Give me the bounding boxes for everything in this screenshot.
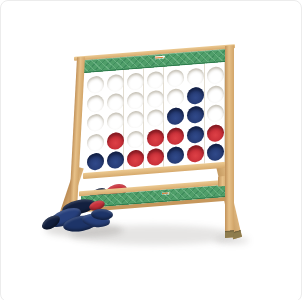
cell-r1c2[interactable] [105,73,125,94]
cell-r4c6[interactable] [185,124,205,145]
cell-r3c7[interactable] [205,103,225,124]
cell-r1c7[interactable] [205,65,225,86]
connect-four-stand: HUB HUB [59,29,241,258]
cell-r5c5[interactable] [165,145,185,166]
empty-hole [147,71,164,89]
right-post [225,45,234,238]
cell-r1c3[interactable] [125,71,145,92]
empty-hole [107,112,124,130]
blue-disc [187,106,204,124]
cell-r2c6[interactable] [185,86,205,107]
red-disc [107,132,124,150]
red-disc [147,128,164,146]
empty-hole [207,85,224,103]
cell-r5c4[interactable] [145,146,165,167]
board-grid [85,65,225,172]
blue-disc [167,108,184,126]
cell-r2c7[interactable] [205,84,225,105]
empty-hole [147,109,164,127]
cell-r5c2[interactable] [105,150,125,171]
empty-hole [87,114,104,132]
red-disc [207,124,224,142]
cell-r3c4[interactable] [145,108,165,129]
blue-disc [187,87,204,105]
empty-hole [87,133,104,151]
empty-hole [127,72,144,90]
empty-hole [167,88,184,106]
blue-disc [207,143,224,161]
cell-r1c6[interactable] [185,67,205,88]
right-post-foot [225,230,234,238]
empty-hole [207,66,224,84]
cell-r5c7[interactable] [205,142,225,163]
empty-hole [87,76,104,94]
empty-hole [107,74,124,92]
cell-r3c1[interactable] [85,113,105,134]
blue-disc [107,151,124,169]
cell-r4c3[interactable] [125,129,145,150]
empty-hole [127,130,144,148]
cell-r2c3[interactable] [125,90,145,111]
cell-r3c6[interactable] [185,105,205,126]
empty-hole [127,92,144,110]
cell-r2c5[interactable] [165,87,185,108]
left-post-foot [69,209,77,216]
red-disc [127,149,144,167]
empty-hole [107,93,124,111]
red-disc [187,145,204,163]
cell-r5c1[interactable] [85,151,105,172]
cell-r3c3[interactable] [125,110,145,131]
empty-hole [187,68,204,86]
product-photo-canvas: HUB HUB [0,0,302,300]
empty-hole [127,111,144,129]
empty-hole [147,90,164,108]
cell-r1c4[interactable] [145,70,165,91]
cell-r1c1[interactable] [85,74,105,95]
cell-r2c2[interactable] [105,92,125,113]
cell-r3c2[interactable] [105,111,125,132]
cell-r4c7[interactable] [205,123,225,144]
cell-r5c3[interactable] [125,148,145,169]
red-disc [147,148,164,166]
empty-hole [87,95,104,113]
blue-disc [167,146,184,164]
cell-r3c5[interactable] [165,106,185,127]
empty-hole [207,105,224,123]
cell-r5c6[interactable] [185,143,205,164]
blue-disc [87,152,104,170]
cell-r2c4[interactable] [145,89,165,110]
cell-r4c2[interactable] [105,130,125,151]
red-disc [167,127,184,145]
cell-r1c5[interactable] [165,68,185,89]
cell-r4c1[interactable] [85,132,105,153]
cell-r4c5[interactable] [165,126,185,147]
empty-hole [167,69,184,87]
blue-disc [187,125,204,143]
cell-r4c4[interactable] [145,127,165,148]
cell-r2c1[interactable] [85,94,105,115]
